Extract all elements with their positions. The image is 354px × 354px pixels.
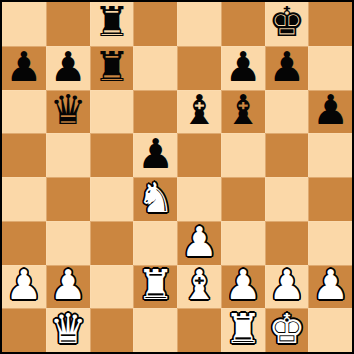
square-b3[interactable] (46, 221, 90, 265)
square-e7[interactable] (177, 46, 221, 90)
white-queen-b1[interactable]: ♛ (50, 309, 87, 350)
white-pawn-f2[interactable]: ♟ (225, 265, 262, 306)
square-c2[interactable] (90, 265, 134, 309)
black-rook-c8[interactable]: ♜ (93, 2, 130, 43)
square-e6[interactable]: ♝ (177, 90, 221, 134)
square-a3[interactable] (2, 221, 46, 265)
black-pawn-d5[interactable]: ♟ (137, 134, 174, 175)
square-f5[interactable] (221, 133, 265, 177)
square-d6[interactable] (133, 90, 177, 134)
black-queen-b6[interactable]: ♛ (50, 90, 87, 131)
chess-board-frame: ♜♚♟♟♜♟♟♛♝♝♟♟♞♟♟♟♜♝♟♟♟♛♜♚ (0, 0, 354, 354)
square-h8[interactable] (308, 2, 352, 46)
square-g1[interactable]: ♚ (265, 308, 309, 352)
square-f1[interactable]: ♜ (221, 308, 265, 352)
black-pawn-g7[interactable]: ♟ (268, 47, 305, 88)
square-f3[interactable] (221, 221, 265, 265)
square-c6[interactable] (90, 90, 134, 134)
square-f2[interactable]: ♟ (221, 265, 265, 309)
white-pawn-e3[interactable]: ♟ (181, 222, 218, 263)
square-f7[interactable]: ♟ (221, 46, 265, 90)
square-g4[interactable] (265, 177, 309, 221)
white-knight-d4[interactable]: ♞ (137, 178, 174, 219)
square-a5[interactable] (2, 133, 46, 177)
square-a2[interactable]: ♟ (2, 265, 46, 309)
square-b8[interactable] (46, 2, 90, 46)
square-d5[interactable]: ♟ (133, 133, 177, 177)
square-e5[interactable] (177, 133, 221, 177)
square-h6[interactable]: ♟ (308, 90, 352, 134)
square-d8[interactable] (133, 2, 177, 46)
white-pawn-a2[interactable]: ♟ (5, 265, 42, 306)
black-bishop-e6[interactable]: ♝ (181, 90, 218, 131)
square-c5[interactable] (90, 133, 134, 177)
square-f6[interactable]: ♝ (221, 90, 265, 134)
white-king-g1[interactable]: ♚ (268, 309, 305, 350)
square-b2[interactable]: ♟ (46, 265, 90, 309)
square-e1[interactable] (177, 308, 221, 352)
square-h7[interactable] (308, 46, 352, 90)
square-b1[interactable]: ♛ (46, 308, 90, 352)
white-pawn-b2[interactable]: ♟ (50, 265, 87, 306)
square-f4[interactable] (221, 177, 265, 221)
square-d1[interactable] (133, 308, 177, 352)
square-g6[interactable] (265, 90, 309, 134)
square-c7[interactable]: ♜ (90, 46, 134, 90)
black-bishop-f6[interactable]: ♝ (225, 90, 262, 131)
square-d7[interactable] (133, 46, 177, 90)
square-g8[interactable]: ♚ (265, 2, 309, 46)
black-pawn-b7[interactable]: ♟ (50, 47, 87, 88)
square-c1[interactable] (90, 308, 134, 352)
square-a7[interactable]: ♟ (2, 46, 46, 90)
square-d2[interactable]: ♜ (133, 265, 177, 309)
square-b5[interactable] (46, 133, 90, 177)
square-b4[interactable] (46, 177, 90, 221)
black-pawn-a7[interactable]: ♟ (5, 47, 42, 88)
square-h2[interactable]: ♟ (308, 265, 352, 309)
square-e2[interactable]: ♝ (177, 265, 221, 309)
square-g7[interactable]: ♟ (265, 46, 309, 90)
black-king-g8[interactable]: ♚ (268, 2, 305, 43)
black-pawn-h6[interactable]: ♟ (312, 90, 349, 131)
square-h5[interactable] (308, 133, 352, 177)
square-g5[interactable] (265, 133, 309, 177)
square-e3[interactable]: ♟ (177, 221, 221, 265)
chess-board: ♜♚♟♟♜♟♟♛♝♝♟♟♞♟♟♟♜♝♟♟♟♛♜♚ (2, 2, 352, 352)
square-c8[interactable]: ♜ (90, 2, 134, 46)
square-a1[interactable] (2, 308, 46, 352)
square-g3[interactable] (265, 221, 309, 265)
square-c4[interactable] (90, 177, 134, 221)
white-pawn-g2[interactable]: ♟ (268, 265, 305, 306)
white-bishop-e2[interactable]: ♝ (181, 265, 218, 306)
black-pawn-f7[interactable]: ♟ (225, 47, 262, 88)
square-f8[interactable] (221, 2, 265, 46)
black-rook-c7[interactable]: ♜ (93, 47, 130, 88)
square-h4[interactable] (308, 177, 352, 221)
square-b6[interactable]: ♛ (46, 90, 90, 134)
square-h3[interactable] (308, 221, 352, 265)
square-g2[interactable]: ♟ (265, 265, 309, 309)
white-rook-f1[interactable]: ♜ (225, 309, 262, 350)
square-e4[interactable] (177, 177, 221, 221)
square-e8[interactable] (177, 2, 221, 46)
square-d4[interactable]: ♞ (133, 177, 177, 221)
square-b7[interactable]: ♟ (46, 46, 90, 90)
white-rook-d2[interactable]: ♜ (137, 265, 174, 306)
square-a4[interactable] (2, 177, 46, 221)
square-c3[interactable] (90, 221, 134, 265)
white-pawn-h2[interactable]: ♟ (312, 265, 349, 306)
square-a8[interactable] (2, 2, 46, 46)
square-d3[interactable] (133, 221, 177, 265)
square-a6[interactable] (2, 90, 46, 134)
square-h1[interactable] (308, 308, 352, 352)
